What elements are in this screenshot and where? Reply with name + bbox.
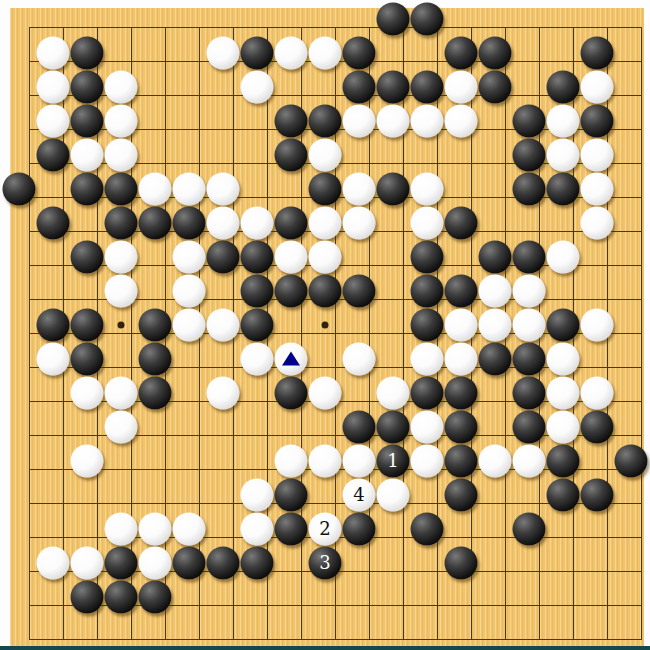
white-stone bbox=[241, 513, 274, 546]
black-stone bbox=[445, 411, 478, 444]
white-stone bbox=[37, 105, 70, 138]
white-stone bbox=[479, 275, 512, 308]
black-stone bbox=[241, 241, 274, 274]
black-stone bbox=[343, 275, 376, 308]
white-stone bbox=[105, 139, 138, 172]
white-stone bbox=[309, 139, 342, 172]
white-stone bbox=[207, 207, 240, 240]
white-stone bbox=[241, 479, 274, 512]
white-stone bbox=[377, 377, 410, 410]
black-stone bbox=[547, 173, 580, 206]
black-stone bbox=[513, 139, 546, 172]
black-stone bbox=[513, 513, 546, 546]
white-stone bbox=[275, 445, 308, 478]
white-stone bbox=[105, 105, 138, 138]
white-stone bbox=[479, 445, 512, 478]
black-stone bbox=[37, 207, 70, 240]
black-stone bbox=[309, 173, 342, 206]
black-stone bbox=[241, 309, 274, 342]
black-stone bbox=[37, 139, 70, 172]
black-stone bbox=[581, 479, 614, 512]
black-stone bbox=[411, 513, 444, 546]
black-stone bbox=[411, 377, 444, 410]
white-stone bbox=[445, 309, 478, 342]
white-stone bbox=[309, 241, 342, 274]
white-stone bbox=[411, 105, 444, 138]
black-stone bbox=[513, 173, 546, 206]
move-number-label: 2 bbox=[319, 520, 330, 538]
black-stone bbox=[71, 309, 104, 342]
black-stone bbox=[105, 581, 138, 614]
black-stone bbox=[445, 377, 478, 410]
black-stone bbox=[343, 37, 376, 70]
white-stone bbox=[275, 37, 308, 70]
black-stone bbox=[411, 3, 444, 36]
black-stone bbox=[547, 71, 580, 104]
black-stone bbox=[445, 275, 478, 308]
black-stone bbox=[241, 37, 274, 70]
black-stone bbox=[173, 207, 206, 240]
white-stone bbox=[547, 139, 580, 172]
white-stone bbox=[343, 105, 376, 138]
white-stone bbox=[547, 411, 580, 444]
white-stone bbox=[241, 71, 274, 104]
white-stone bbox=[207, 377, 240, 410]
triangle-marker bbox=[282, 351, 300, 365]
white-stone bbox=[241, 343, 274, 376]
white-stone bbox=[105, 513, 138, 546]
white-stone bbox=[513, 275, 546, 308]
white-stone bbox=[581, 71, 614, 104]
white-stone bbox=[547, 343, 580, 376]
black-stone bbox=[377, 173, 410, 206]
white-stone bbox=[173, 513, 206, 546]
star-point bbox=[322, 322, 329, 329]
black-stone bbox=[445, 547, 478, 580]
black-stone bbox=[37, 309, 70, 342]
black-stone bbox=[547, 479, 580, 512]
black-stone bbox=[343, 513, 376, 546]
white-stone bbox=[581, 377, 614, 410]
white-stone bbox=[105, 411, 138, 444]
white-stone bbox=[207, 309, 240, 342]
white-stone bbox=[37, 547, 70, 580]
white-stone bbox=[71, 139, 104, 172]
white-stone bbox=[411, 173, 444, 206]
move-number-label: 4 bbox=[353, 486, 364, 504]
black-stone bbox=[411, 275, 444, 308]
black-stone bbox=[275, 207, 308, 240]
white-stone bbox=[139, 513, 172, 546]
white-stone bbox=[71, 445, 104, 478]
white-stone bbox=[71, 377, 104, 410]
black-stone bbox=[547, 445, 580, 478]
black-stone bbox=[479, 71, 512, 104]
black-stone bbox=[275, 275, 308, 308]
white-stone bbox=[581, 173, 614, 206]
white-stone bbox=[173, 173, 206, 206]
black-stone bbox=[71, 173, 104, 206]
star-point bbox=[118, 322, 125, 329]
black-stone bbox=[275, 105, 308, 138]
black-stone bbox=[139, 207, 172, 240]
black-stone bbox=[513, 241, 546, 274]
black-stone bbox=[139, 581, 172, 614]
white-stone bbox=[207, 37, 240, 70]
black-stone bbox=[445, 207, 478, 240]
black-stone bbox=[377, 3, 410, 36]
white-stone bbox=[105, 241, 138, 274]
black-stone bbox=[479, 241, 512, 274]
black-stone bbox=[411, 71, 444, 104]
black-stone bbox=[71, 37, 104, 70]
black-stone bbox=[71, 581, 104, 614]
black-stone bbox=[207, 547, 240, 580]
white-stone bbox=[513, 445, 546, 478]
white-stone bbox=[343, 173, 376, 206]
black-stone bbox=[139, 343, 172, 376]
white-stone bbox=[547, 241, 580, 274]
black-stone bbox=[581, 411, 614, 444]
white-stone bbox=[343, 207, 376, 240]
white-stone bbox=[377, 105, 410, 138]
go-app-screenshot: 1234 bbox=[0, 0, 650, 650]
white-stone bbox=[173, 309, 206, 342]
white-stone bbox=[173, 275, 206, 308]
black-stone bbox=[445, 479, 478, 512]
white-stone bbox=[445, 343, 478, 376]
black-stone bbox=[105, 207, 138, 240]
white-stone bbox=[139, 173, 172, 206]
black-stone bbox=[445, 37, 478, 70]
white-stone bbox=[309, 207, 342, 240]
white-stone bbox=[343, 445, 376, 478]
white-stone bbox=[445, 105, 478, 138]
white-stone bbox=[479, 309, 512, 342]
move-number-label: 1 bbox=[387, 452, 398, 470]
black-stone bbox=[343, 411, 376, 444]
black-stone bbox=[275, 139, 308, 172]
white-stone bbox=[105, 377, 138, 410]
white-stone bbox=[309, 377, 342, 410]
black-stone bbox=[377, 71, 410, 104]
white-stone bbox=[343, 343, 376, 376]
white-stone bbox=[309, 445, 342, 478]
black-stone bbox=[3, 173, 36, 206]
black-stone bbox=[173, 547, 206, 580]
white-stone bbox=[411, 445, 444, 478]
black-stone bbox=[513, 105, 546, 138]
white-stone bbox=[241, 207, 274, 240]
white-stone bbox=[105, 71, 138, 104]
white-stone bbox=[581, 207, 614, 240]
black-stone bbox=[71, 241, 104, 274]
white-stone bbox=[581, 309, 614, 342]
move-number-label: 3 bbox=[319, 554, 330, 572]
white-stone bbox=[37, 343, 70, 376]
white-stone bbox=[547, 377, 580, 410]
black-stone bbox=[377, 411, 410, 444]
black-stone bbox=[513, 411, 546, 444]
black-stone bbox=[411, 241, 444, 274]
white-stone bbox=[105, 275, 138, 308]
black-stone bbox=[411, 309, 444, 342]
black-stone bbox=[445, 445, 478, 478]
white-stone bbox=[207, 173, 240, 206]
white-stone bbox=[547, 105, 580, 138]
white-stone bbox=[411, 343, 444, 376]
black-stone bbox=[71, 343, 104, 376]
window-edge-bar bbox=[0, 646, 650, 650]
black-stone bbox=[71, 105, 104, 138]
white-stone bbox=[139, 547, 172, 580]
white-stone bbox=[411, 207, 444, 240]
black-stone bbox=[513, 343, 546, 376]
black-stone bbox=[479, 343, 512, 376]
white-stone bbox=[513, 309, 546, 342]
black-stone bbox=[275, 377, 308, 410]
black-stone bbox=[241, 275, 274, 308]
white-stone bbox=[37, 37, 70, 70]
black-stone bbox=[71, 71, 104, 104]
black-stone bbox=[309, 105, 342, 138]
black-stone bbox=[547, 309, 580, 342]
black-stone bbox=[105, 173, 138, 206]
black-stone bbox=[479, 37, 512, 70]
white-stone bbox=[275, 241, 308, 274]
black-stone bbox=[275, 513, 308, 546]
black-stone bbox=[275, 479, 308, 512]
white-stone bbox=[173, 241, 206, 274]
white-stone bbox=[581, 139, 614, 172]
black-stone bbox=[207, 241, 240, 274]
black-stone bbox=[139, 309, 172, 342]
white-stone bbox=[445, 71, 478, 104]
black-stone bbox=[105, 547, 138, 580]
black-stone bbox=[139, 377, 172, 410]
black-stone bbox=[581, 37, 614, 70]
black-stone bbox=[241, 547, 274, 580]
white-stone bbox=[377, 479, 410, 512]
white-stone bbox=[309, 37, 342, 70]
white-stone bbox=[411, 411, 444, 444]
white-stone bbox=[71, 547, 104, 580]
white-stone bbox=[37, 71, 70, 104]
black-stone bbox=[615, 445, 648, 478]
black-stone bbox=[581, 105, 614, 138]
black-stone bbox=[513, 377, 546, 410]
black-stone bbox=[343, 71, 376, 104]
black-stone bbox=[309, 275, 342, 308]
